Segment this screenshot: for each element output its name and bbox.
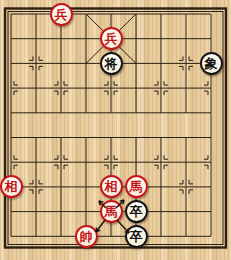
piece-glyph: 卒 <box>130 205 143 218</box>
piece-black-general[interactable]: 将 <box>100 52 123 75</box>
piece-red-soldier[interactable]: 兵 <box>50 3 73 26</box>
piece-glyph: 兵 <box>105 32 118 45</box>
piece-glyph: 馬 <box>130 180 143 193</box>
piece-glyph: 卒 <box>130 229 143 242</box>
piece-glyph: 相 <box>5 180 18 193</box>
piece-black-elephant[interactable]: 象 <box>200 52 223 75</box>
xiangqi-board[interactable]: 兵兵将象相相馬馬卒帥卒 <box>0 0 231 260</box>
piece-black-soldier[interactable]: 卒 <box>125 200 148 223</box>
piece-red-horse[interactable]: 馬 <box>125 175 148 198</box>
piece-red-horse[interactable]: 馬 <box>100 200 123 223</box>
piece-glyph: 馬 <box>105 205 118 218</box>
piece-red-elephant[interactable]: 相 <box>0 175 23 198</box>
piece-red-general[interactable]: 帥 <box>75 225 98 248</box>
piece-red-elephant[interactable]: 相 <box>100 175 123 198</box>
piece-glyph: 相 <box>105 180 118 193</box>
piece-glyph: 兵 <box>55 7 68 20</box>
piece-red-soldier[interactable]: 兵 <box>100 27 123 50</box>
piece-glyph: 将 <box>105 56 118 69</box>
piece-glyph: 帥 <box>80 229 93 242</box>
piece-black-soldier[interactable]: 卒 <box>125 225 148 248</box>
piece-glyph: 象 <box>205 56 218 69</box>
